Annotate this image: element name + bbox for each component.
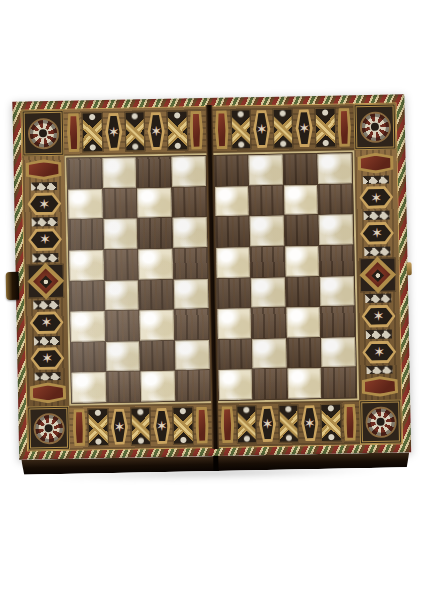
square-d6[interactable]	[173, 217, 207, 247]
maroon-panel-icon	[343, 403, 357, 441]
square-e8[interactable]	[214, 155, 248, 185]
square-c1[interactable]	[141, 371, 175, 401]
maroon-panel-icon	[215, 110, 229, 150]
pearl-star-icon: ✶	[113, 420, 125, 434]
maroon-panel-icon	[362, 376, 398, 397]
square-e1[interactable]	[218, 370, 252, 400]
square-d5[interactable]	[173, 248, 207, 278]
zigzag-inlay-icon	[367, 366, 393, 375]
x-ribbon-motif-icon	[173, 406, 194, 444]
square-e7[interactable]	[215, 186, 249, 216]
square-d7[interactable]	[172, 187, 206, 217]
hex-star-medallion-icon: ✶	[147, 111, 166, 151]
pearl-star-icon: ✶	[304, 416, 316, 430]
square-c7[interactable]	[137, 187, 171, 217]
square-e2[interactable]	[217, 339, 251, 369]
square-f5[interactable]	[250, 246, 284, 276]
hex-star-medallion-icon: ✶	[252, 109, 271, 149]
pearl-star-icon: ✶	[41, 351, 53, 365]
corner-rosette-top-right	[353, 103, 396, 150]
pearl-star-icon: ✶	[41, 316, 53, 330]
square-a2[interactable]	[71, 342, 105, 372]
square-f6[interactable]	[250, 216, 284, 246]
maroon-panel-icon	[357, 152, 393, 173]
zigzag-inlay-icon	[31, 182, 57, 191]
x-ribbon-motif-icon	[315, 108, 336, 148]
board-left-half	[66, 155, 210, 404]
square-h8[interactable]	[318, 153, 352, 183]
square-h7[interactable]	[318, 184, 352, 214]
border-left-band: ✶✶✶✶	[22, 156, 69, 407]
rosette-icon	[29, 119, 57, 147]
square-h3[interactable]	[321, 306, 355, 336]
square-b5[interactable]	[104, 249, 138, 279]
pearl-star-icon: ✶	[256, 122, 268, 136]
square-e6[interactable]	[215, 217, 249, 247]
zigzag-inlay-icon	[365, 294, 391, 303]
square-a8[interactable]	[67, 158, 101, 188]
hex-star-medallion-icon: ✶	[104, 112, 123, 152]
hex-star-medallion-icon: ✶	[359, 221, 395, 245]
hex-star-medallion-icon: ✶	[300, 404, 319, 442]
zigzag-inlay-icon	[364, 247, 390, 256]
square-g7[interactable]	[284, 185, 318, 215]
square-b3[interactable]	[105, 311, 139, 341]
square-g8[interactable]	[283, 154, 317, 184]
square-f7[interactable]	[249, 185, 283, 215]
x-ribbon-motif-icon	[167, 110, 188, 150]
square-b8[interactable]	[102, 157, 136, 187]
square-c3[interactable]	[140, 310, 174, 340]
square-d8[interactable]	[171, 156, 205, 186]
square-g6[interactable]	[284, 215, 318, 245]
square-h5[interactable]	[320, 245, 354, 275]
x-ribbon-motif-icon	[230, 109, 251, 149]
x-ribbon-motif-icon	[88, 408, 109, 446]
square-g2[interactable]	[287, 338, 321, 368]
square-b7[interactable]	[103, 188, 137, 218]
square-c5[interactable]	[138, 249, 172, 279]
corner-rosette-bottom-right	[359, 399, 402, 444]
pearl-star-icon: ✶	[298, 121, 310, 135]
hex-star-medallion-icon: ✶	[27, 228, 63, 252]
game-box: ✶✶✶✶ ✶✶✶✶ ✶✶✶✶ ✶✶✶✶	[12, 94, 411, 482]
square-g5[interactable]	[285, 246, 319, 276]
rosette-icon	[35, 414, 63, 442]
square-c2[interactable]	[140, 340, 174, 370]
square-d4[interactable]	[174, 279, 208, 309]
maroon-panel-icon	[195, 406, 209, 444]
square-c8[interactable]	[137, 157, 171, 187]
square-e5[interactable]	[216, 247, 250, 277]
square-h1[interactable]	[322, 368, 356, 398]
x-ribbon-motif-icon	[124, 111, 145, 151]
hex-star-medallion-icon: ✶	[29, 346, 65, 370]
square-g1[interactable]	[287, 368, 321, 398]
x-ribbon-motif-icon	[278, 404, 299, 442]
square-f8[interactable]	[249, 155, 283, 185]
maroon-panel-icon	[189, 110, 203, 150]
zigzag-inlay-icon	[364, 211, 390, 220]
square-d1[interactable]	[175, 370, 209, 400]
rosette-icon	[361, 113, 389, 141]
square-f1[interactable]	[253, 369, 287, 399]
brass-latch-icon	[6, 272, 20, 300]
square-c4[interactable]	[139, 279, 173, 309]
pearl-star-icon: ✶	[373, 309, 385, 323]
maroon-panel-icon	[67, 113, 81, 153]
pearl-star-icon: ✶	[150, 124, 162, 138]
hex-star-medallion-icon: ✶	[26, 192, 62, 216]
pearl-star-icon: ✶	[371, 226, 383, 240]
photo-canvas: ✶✶✶✶ ✶✶✶✶ ✶✶✶✶ ✶✶✶✶	[0, 0, 424, 600]
hex-star-medallion-icon: ✶	[258, 405, 277, 443]
border-right-band: ✶✶✶✶	[354, 149, 401, 400]
square-e3[interactable]	[217, 308, 251, 338]
maroon-panel-icon	[337, 107, 351, 147]
square-a7[interactable]	[68, 189, 102, 219]
square-b1[interactable]	[106, 372, 140, 402]
square-b6[interactable]	[103, 219, 137, 249]
hex-star-medallion-icon: ✶	[360, 304, 396, 328]
maroon-panel-icon	[30, 382, 66, 403]
square-f2[interactable]	[252, 338, 286, 368]
x-ribbon-motif-icon	[321, 404, 342, 442]
maroon-panel-icon	[72, 408, 86, 446]
pearl-star-icon: ✶	[156, 419, 168, 433]
square-a5[interactable]	[69, 250, 103, 280]
pearl-star-icon: ✶	[38, 197, 50, 211]
zigzag-inlay-icon	[32, 253, 58, 262]
maroon-panel-icon	[25, 159, 61, 180]
hex-star-medallion-icon: ✶	[110, 408, 129, 446]
zigzag-inlay-icon	[35, 372, 61, 381]
corner-rosette-top-left	[22, 110, 65, 157]
square-d2[interactable]	[175, 340, 209, 370]
square-e4[interactable]	[216, 278, 250, 308]
square-d3[interactable]	[174, 309, 208, 339]
square-g3[interactable]	[286, 307, 320, 337]
square-f3[interactable]	[252, 308, 286, 338]
hex-star-medallion-icon: ✶	[358, 185, 394, 209]
zigzag-inlay-icon	[33, 300, 59, 309]
square-a4[interactable]	[70, 281, 104, 311]
brass-hinge-pin-icon	[407, 262, 412, 275]
zigzag-inlay-icon	[363, 175, 389, 184]
square-h6[interactable]	[319, 215, 353, 245]
zigzag-inlay-icon	[34, 336, 60, 345]
pearl-star-icon: ✶	[39, 233, 51, 247]
square-h4[interactable]	[320, 276, 354, 306]
square-h2[interactable]	[321, 337, 355, 367]
hex-star-medallion-icon: ✶	[28, 310, 64, 334]
square-f4[interactable]	[251, 277, 285, 307]
board-top-surface: ✶✶✶✶ ✶✶✶✶ ✶✶✶✶ ✶✶✶✶	[12, 94, 411, 459]
diamond-medallion-icon	[27, 263, 64, 299]
pearl-star-icon: ✶	[373, 345, 385, 359]
square-c6[interactable]	[138, 218, 172, 248]
x-ribbon-motif-icon	[82, 112, 103, 152]
square-a6[interactable]	[69, 219, 103, 249]
square-g4[interactable]	[286, 276, 320, 306]
x-ribbon-motif-icon	[272, 108, 293, 148]
pearl-star-icon: ✶	[261, 417, 273, 431]
hex-star-medallion-icon: ✶	[152, 407, 171, 445]
diamond-medallion-icon	[359, 257, 396, 293]
corner-rosette-bottom-left	[27, 406, 70, 451]
square-a1[interactable]	[72, 372, 106, 402]
zigzag-inlay-icon	[366, 330, 392, 339]
square-a3[interactable]	[70, 311, 104, 341]
board-right-half	[213, 152, 357, 401]
square-b2[interactable]	[106, 341, 140, 371]
maroon-panel-icon	[220, 406, 234, 444]
hex-star-medallion-icon: ✶	[361, 340, 397, 364]
zigzag-inlay-icon	[32, 217, 58, 226]
hex-star-medallion-icon: ✶	[295, 108, 314, 148]
pearl-star-icon: ✶	[108, 125, 120, 139]
rosette-icon	[367, 408, 395, 436]
x-ribbon-motif-icon	[236, 405, 257, 443]
x-ribbon-motif-icon	[130, 407, 151, 445]
square-b4[interactable]	[104, 280, 138, 310]
pearl-star-icon: ✶	[370, 190, 382, 204]
